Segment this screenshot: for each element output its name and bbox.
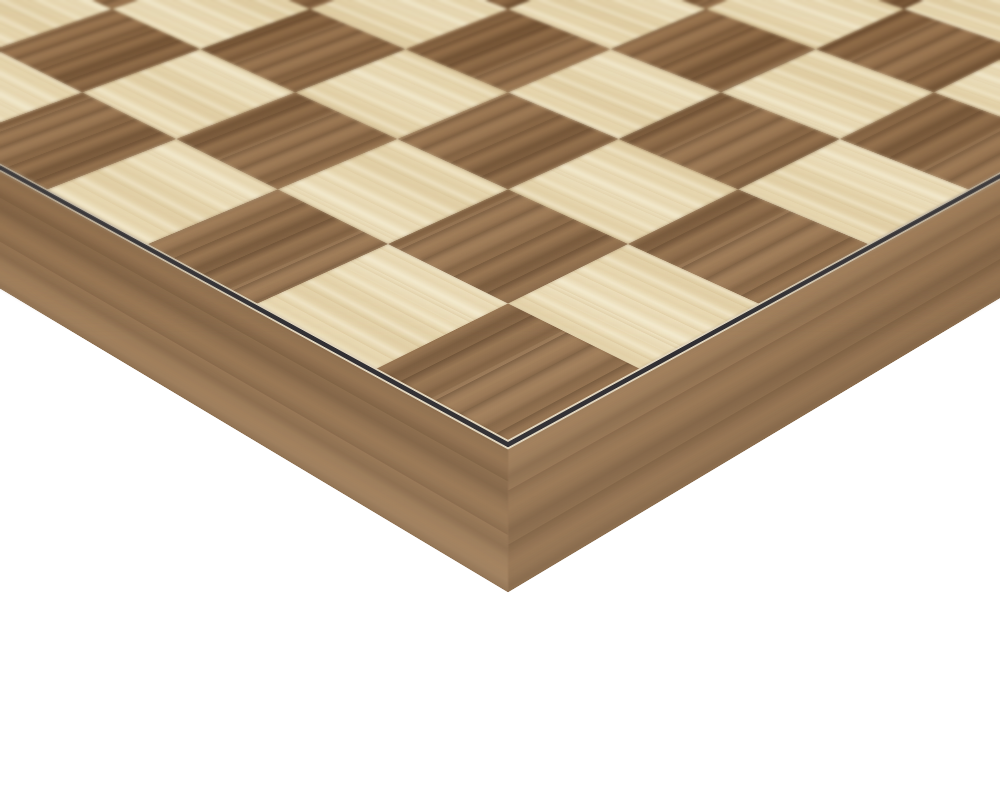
- board-square: [706, 0, 904, 49]
- board-square: [628, 189, 868, 303]
- board-product-photo: [0, 0, 1000, 800]
- board-square: [611, 9, 816, 92]
- board-square: [934, 49, 1000, 139]
- playing-field: [0, 0, 1000, 440]
- board-square: [508, 49, 721, 139]
- lighting-overlay: [0, 0, 1000, 592]
- board-square: [82, 49, 295, 139]
- board-square: [388, 189, 628, 303]
- board-square: [176, 92, 397, 189]
- board-square: [200, 9, 405, 92]
- board-square: [295, 49, 508, 139]
- board-square: [257, 244, 508, 368]
- board-square: [721, 49, 934, 139]
- board-square: [508, 244, 759, 368]
- board-square: [278, 139, 508, 244]
- board-square: [840, 92, 1000, 189]
- board-top-face: [0, 0, 1000, 592]
- board-square: [377, 304, 639, 440]
- board-square: [112, 0, 310, 49]
- board-square: [904, 0, 1000, 49]
- board-square: [0, 92, 176, 189]
- board-square: [0, 9, 200, 92]
- board-square: [0, 49, 82, 139]
- board-square: [405, 9, 610, 92]
- board-square: [508, 0, 706, 49]
- board-square: [816, 9, 1000, 92]
- board-square: [0, 0, 112, 49]
- board-square: [48, 139, 278, 244]
- board-square: [397, 92, 618, 189]
- chess-board: [0, 0, 1000, 592]
- board-square: [508, 139, 738, 244]
- board-square: [310, 0, 508, 49]
- board-square: [619, 92, 840, 189]
- board-square: [148, 189, 388, 303]
- board-square: [738, 139, 968, 244]
